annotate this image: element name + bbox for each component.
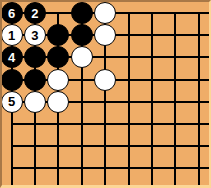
intersection-G13 <box>140 135 163 157</box>
white-stone <box>94 24 116 46</box>
black-stone: 4 <box>1 46 23 68</box>
black-stone <box>1 69 23 91</box>
intersection-C13 <box>47 135 70 157</box>
white-stone: 3 <box>24 24 46 46</box>
intersection-C14 <box>47 113 70 135</box>
intersection-B18: 3 <box>23 24 46 46</box>
intersection-F17 <box>117 46 140 68</box>
intersection-G15 <box>140 91 163 113</box>
intersection-E13 <box>93 135 116 157</box>
intersection-E16 <box>93 68 116 90</box>
intersection-E12 <box>93 157 116 179</box>
intersection-F12 <box>117 157 140 179</box>
black-stone <box>24 69 46 91</box>
move-number: 4 <box>8 51 15 64</box>
intersection-A12 <box>0 157 23 179</box>
intersection-D13 <box>70 135 93 157</box>
intersection-A14 <box>0 113 23 135</box>
move-number: 2 <box>31 7 38 20</box>
intersection-B16 <box>23 68 46 90</box>
intersection-A19: 6 <box>0 2 23 24</box>
white-stone <box>94 69 116 91</box>
intersection-J19 <box>187 2 210 24</box>
move-number: 6 <box>8 7 15 20</box>
intersection-D17 <box>70 46 93 68</box>
white-stone <box>94 2 116 24</box>
intersection-J16 <box>187 68 210 90</box>
intersection-B14 <box>23 113 46 135</box>
black-stone <box>71 2 93 24</box>
intersection-E17 <box>93 46 116 68</box>
intersection-D18 <box>70 24 93 46</box>
intersection-F19 <box>117 2 140 24</box>
intersection-C16 <box>47 68 70 90</box>
black-stone: 2 <box>24 2 46 24</box>
intersection-J17 <box>187 46 210 68</box>
intersection-B17 <box>23 46 46 68</box>
move-number: 5 <box>8 95 15 108</box>
intersection-C12 <box>47 157 70 179</box>
intersection-G14 <box>140 113 163 135</box>
intersection-G12 <box>140 157 163 179</box>
intersection-E19 <box>93 2 116 24</box>
intersection-H13 <box>164 135 187 157</box>
intersection-H18 <box>164 24 187 46</box>
intersection-B12 <box>23 157 46 179</box>
intersection-C17 <box>47 46 70 68</box>
intersection-H15 <box>164 91 187 113</box>
black-stone: 6 <box>1 2 23 24</box>
intersection-D12 <box>70 157 93 179</box>
intersection-J18 <box>187 24 210 46</box>
intersection-J15 <box>187 91 210 113</box>
intersection-D16 <box>70 68 93 90</box>
black-stone <box>24 46 46 68</box>
intersection-D15 <box>70 91 93 113</box>
intersection-D19 <box>70 2 93 24</box>
board-grid: 621345 <box>2 2 209 185</box>
intersection-H16 <box>164 68 187 90</box>
black-stone <box>47 46 69 68</box>
intersection-G17 <box>140 46 163 68</box>
intersection-H19 <box>164 2 187 24</box>
white-stone <box>71 46 93 68</box>
intersection-B15 <box>23 91 46 113</box>
intersection-C19 <box>47 2 70 24</box>
stone-layer: 621345 <box>0 2 210 180</box>
intersection-A15: 5 <box>0 91 23 113</box>
intersection-A16 <box>0 68 23 90</box>
intersection-G16 <box>140 68 163 90</box>
intersection-G18 <box>140 24 163 46</box>
intersection-B19: 2 <box>23 2 46 24</box>
intersection-H14 <box>164 113 187 135</box>
intersection-H12 <box>164 157 187 179</box>
intersection-A17: 4 <box>0 46 23 68</box>
intersection-J13 <box>187 135 210 157</box>
intersection-F15 <box>117 91 140 113</box>
white-stone: 5 <box>1 91 23 113</box>
intersection-F16 <box>117 68 140 90</box>
intersection-J12 <box>187 157 210 179</box>
intersection-H17 <box>164 46 187 68</box>
go-board-diagram: 621345 <box>0 0 211 188</box>
intersection-J14 <box>187 113 210 135</box>
intersection-F18 <box>117 24 140 46</box>
intersection-E14 <box>93 113 116 135</box>
intersection-C15 <box>47 91 70 113</box>
black-stone <box>71 24 93 46</box>
white-stone <box>47 69 69 91</box>
move-number: 3 <box>31 29 38 42</box>
intersection-G19 <box>140 2 163 24</box>
intersection-B13 <box>23 135 46 157</box>
white-stone <box>47 91 69 113</box>
black-stone <box>47 24 69 46</box>
white-stone <box>24 91 46 113</box>
white-stone: 1 <box>1 24 23 46</box>
intersection-A13 <box>0 135 23 157</box>
intersection-A18: 1 <box>0 24 23 46</box>
intersection-E15 <box>93 91 116 113</box>
intersection-F13 <box>117 135 140 157</box>
intersection-E18 <box>93 24 116 46</box>
intersection-D14 <box>70 113 93 135</box>
intersection-F14 <box>117 113 140 135</box>
intersection-C18 <box>47 24 70 46</box>
move-number: 1 <box>8 29 15 42</box>
